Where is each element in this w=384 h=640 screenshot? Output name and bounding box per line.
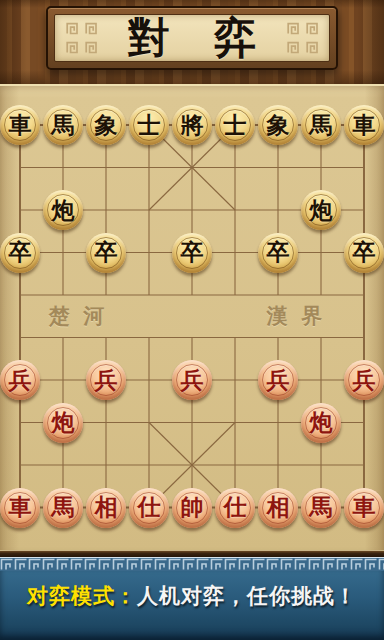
piece-black-f3r1[interactable]: 象 xyxy=(86,105,126,145)
status-banner: 对弈模式：人机对弈，任你挑战！ xyxy=(0,571,384,640)
square-spiral-icon xyxy=(285,40,301,56)
piece-glyph: 象 xyxy=(267,113,290,136)
square-spiral-icon xyxy=(304,40,320,56)
piece-black-f2r3[interactable]: 炮 xyxy=(43,190,83,230)
piece-red-f3r10[interactable]: 相 xyxy=(86,488,126,528)
piece-glyph: 士 xyxy=(224,113,247,136)
piece-glyph: 卒 xyxy=(95,240,118,263)
piece-black-f1r1[interactable]: 車 xyxy=(0,105,40,145)
piece-black-f6r1[interactable]: 士 xyxy=(215,105,255,145)
board-bottom-edge xyxy=(0,550,384,557)
piece-red-f1r7[interactable]: 兵 xyxy=(0,360,40,400)
piece-glyph: 卒 xyxy=(267,240,290,263)
plaque-title-char: 弈 xyxy=(214,17,256,59)
piece-glyph: 兵 xyxy=(267,368,290,391)
piece-glyph: 炮 xyxy=(310,410,333,433)
piece-glyph: 兵 xyxy=(9,368,32,391)
piece-black-f5r4[interactable]: 卒 xyxy=(172,233,212,273)
piece-glyph: 馬 xyxy=(310,495,333,518)
piece-black-f9r1[interactable]: 車 xyxy=(344,105,384,145)
piece-black-f1r4[interactable]: 卒 xyxy=(0,233,40,273)
piece-red-f2r10[interactable]: 馬 xyxy=(43,488,83,528)
piece-red-f1r10[interactable]: 車 xyxy=(0,488,40,528)
piece-glyph: 車 xyxy=(9,113,32,136)
piece-glyph: 仕 xyxy=(224,495,247,518)
piece-glyph: 車 xyxy=(9,495,32,518)
piece-red-f8r10[interactable]: 馬 xyxy=(301,488,341,528)
square-spiral-icon xyxy=(83,40,99,56)
piece-glyph: 馬 xyxy=(52,495,75,518)
piece-glyph: 仕 xyxy=(138,495,161,518)
piece-glyph: 帥 xyxy=(181,495,204,518)
square-spiral-icon xyxy=(64,21,80,37)
square-spiral-icon xyxy=(83,21,99,37)
piece-glyph: 兵 xyxy=(95,368,118,391)
piece-red-f9r10[interactable]: 車 xyxy=(344,488,384,528)
plaque-title: 對弈 xyxy=(128,17,256,59)
piece-red-f8r8[interactable]: 炮 xyxy=(301,403,341,443)
piece-glyph: 卒 xyxy=(9,240,32,263)
piece-glyph: 卒 xyxy=(181,240,204,263)
piece-glyph: 馬 xyxy=(310,113,333,136)
piece-glyph: 馬 xyxy=(52,113,75,136)
square-spiral-icon xyxy=(304,21,320,37)
piece-red-f9r7[interactable]: 兵 xyxy=(344,360,384,400)
xiangqi-board[interactable]: 楚 河 漢 界 車馬象士將士象馬車炮炮卒卒卒卒卒兵兵兵兵兵炮炮車馬相仕帥仕相馬車 xyxy=(0,84,384,550)
piece-glyph: 相 xyxy=(95,495,118,518)
square-spiral-icon xyxy=(64,40,80,56)
title-plaque-panel: 對弈 xyxy=(54,14,330,62)
piece-black-f4r1[interactable]: 士 xyxy=(129,105,169,145)
piece-red-f4r10[interactable]: 仕 xyxy=(129,488,169,528)
xiangqi-app-screen: 對弈 楚 河 漢 界 車馬象士將士象馬車炮炮卒卒卒卒卒兵兵兵兵兵炮炮車馬相仕帥仕… xyxy=(0,0,384,640)
piece-glyph: 卒 xyxy=(353,240,376,263)
piece-black-f5r1[interactable]: 將 xyxy=(172,105,212,145)
piece-red-f5r7[interactable]: 兵 xyxy=(172,360,212,400)
piece-glyph: 相 xyxy=(267,495,290,518)
piece-glyph: 士 xyxy=(138,113,161,136)
pieces-layer: 車馬象士將士象馬車炮炮卒卒卒卒卒兵兵兵兵兵炮炮車馬相仕帥仕相馬車 xyxy=(0,104,384,529)
piece-red-f7r7[interactable]: 兵 xyxy=(258,360,298,400)
meander-ornament-right xyxy=(285,21,320,56)
banner-message: 人机对弈，任你挑战！ xyxy=(137,584,357,608)
piece-glyph: 將 xyxy=(181,113,204,136)
piece-red-f3r7[interactable]: 兵 xyxy=(86,360,126,400)
meander-ornament-left xyxy=(64,21,99,56)
banner-meander-border xyxy=(0,557,384,571)
piece-black-f2r1[interactable]: 馬 xyxy=(43,105,83,145)
piece-red-f5r10[interactable]: 帥 xyxy=(172,488,212,528)
piece-black-f9r4[interactable]: 卒 xyxy=(344,233,384,273)
piece-red-f2r8[interactable]: 炮 xyxy=(43,403,83,443)
banner-mode-label: 对弈模式： xyxy=(27,584,137,608)
piece-black-f8r3[interactable]: 炮 xyxy=(301,190,341,230)
piece-black-f3r4[interactable]: 卒 xyxy=(86,233,126,273)
piece-glyph: 兵 xyxy=(181,368,204,391)
piece-red-f7r10[interactable]: 相 xyxy=(258,488,298,528)
piece-glyph: 炮 xyxy=(52,198,75,221)
piece-glyph: 車 xyxy=(353,113,376,136)
title-plaque: 對弈 xyxy=(46,6,338,70)
piece-black-f8r1[interactable]: 馬 xyxy=(301,105,341,145)
plaque-title-char: 對 xyxy=(128,17,170,59)
piece-glyph: 車 xyxy=(353,495,376,518)
wood-header: 對弈 xyxy=(0,0,384,84)
piece-glyph: 炮 xyxy=(310,198,333,221)
piece-glyph: 炮 xyxy=(52,410,75,433)
piece-glyph: 象 xyxy=(95,113,118,136)
banner-text: 对弈模式：人机对弈，任你挑战！ xyxy=(27,582,357,610)
piece-glyph: 兵 xyxy=(353,368,376,391)
square-spiral-icon xyxy=(285,21,301,37)
piece-black-f7r1[interactable]: 象 xyxy=(258,105,298,145)
piece-red-f6r10[interactable]: 仕 xyxy=(215,488,255,528)
piece-black-f7r4[interactable]: 卒 xyxy=(258,233,298,273)
